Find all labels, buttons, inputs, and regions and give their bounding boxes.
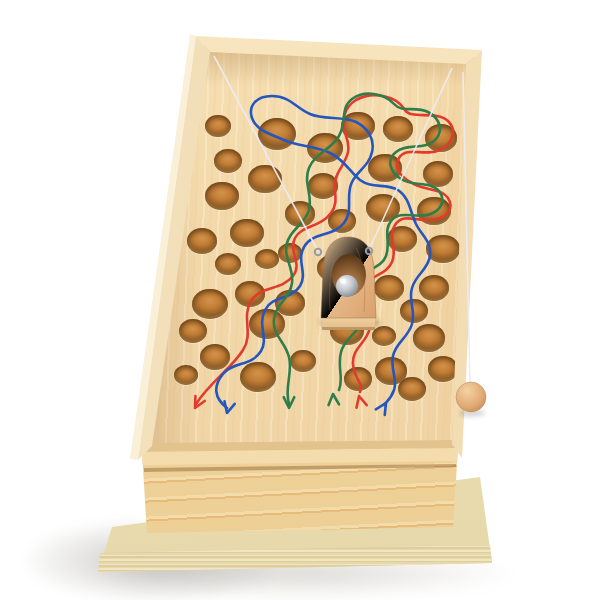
hole	[328, 209, 356, 233]
hole	[249, 309, 285, 340]
hole	[179, 319, 207, 343]
hole	[205, 182, 239, 211]
hole	[192, 289, 228, 320]
hole	[398, 377, 426, 401]
hole	[368, 154, 402, 183]
hole	[307, 133, 343, 164]
hole	[419, 275, 449, 301]
hole	[341, 112, 375, 141]
hole	[290, 350, 316, 372]
hole	[200, 344, 230, 370]
hole	[383, 116, 413, 142]
hole	[235, 281, 265, 307]
hole	[317, 255, 347, 281]
hole	[400, 299, 428, 323]
hole	[248, 165, 282, 194]
hole	[258, 118, 296, 150]
hole	[413, 324, 445, 351]
hole	[255, 249, 279, 269]
hole	[374, 275, 404, 301]
hole	[230, 219, 264, 248]
hole	[426, 235, 460, 264]
hole	[205, 115, 231, 137]
hole	[417, 197, 451, 226]
hole	[344, 367, 372, 391]
hole	[285, 201, 315, 227]
hole	[428, 356, 458, 382]
hole	[240, 362, 276, 393]
hole	[174, 365, 198, 385]
hole	[423, 161, 453, 187]
hole	[387, 226, 417, 252]
hole	[330, 317, 364, 346]
hole	[308, 173, 338, 199]
hole	[372, 326, 396, 346]
hole	[425, 124, 457, 151]
hole	[187, 228, 217, 254]
wooden-labyrinth-game-photo	[0, 0, 600, 600]
hole	[366, 194, 400, 223]
hole	[278, 243, 302, 263]
hole	[214, 149, 242, 173]
hole	[275, 290, 305, 316]
hole	[215, 253, 241, 275]
